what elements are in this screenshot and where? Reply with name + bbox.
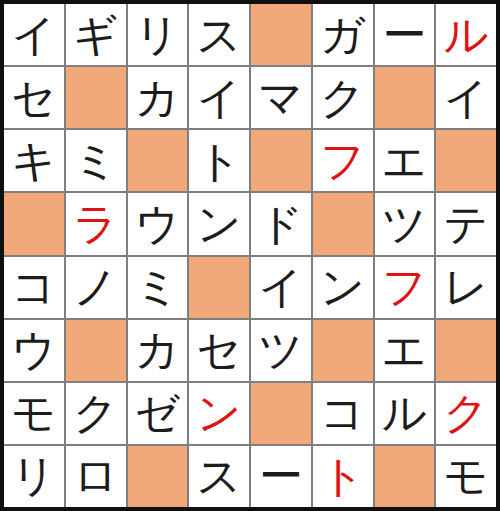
cell-r8c4[interactable]: ス <box>189 446 249 507</box>
letter-r6c5: ツ <box>258 328 303 372</box>
cell-r7c6[interactable]: コ <box>313 383 373 444</box>
letter-r5c3: ミ <box>135 265 180 309</box>
cell-r3c6[interactable]: フ <box>313 130 373 191</box>
blocked-cell-r5c4 <box>189 257 249 318</box>
letter-r3c7: エ <box>382 139 427 183</box>
cell-r5c2[interactable]: ノ <box>66 257 126 318</box>
crossword-puzzle: イギリスガールセカイマクイキミトフエラウンドツテコノミインフレウカセツエモクゼン… <box>0 0 500 511</box>
letter-r5c2: ノ <box>73 265 118 309</box>
cell-r2c1[interactable]: セ <box>4 67 64 128</box>
letter-r1c6: ガ <box>320 13 365 57</box>
letter-r2c3: カ <box>135 76 180 120</box>
red-letter-r1c8: ル <box>444 13 489 57</box>
red-letter-r4c2: ラ <box>73 202 118 246</box>
letter-r2c1: セ <box>11 76 56 120</box>
cell-r6c1[interactable]: ウ <box>4 320 64 381</box>
cell-r3c7[interactable]: エ <box>375 130 435 191</box>
letter-r4c3: ウ <box>135 202 180 246</box>
letter-r4c8: テ <box>444 202 489 246</box>
cell-r6c4[interactable]: セ <box>189 320 249 381</box>
blocked-cell-r4c1 <box>4 193 64 254</box>
letter-r6c4: セ <box>197 328 242 372</box>
cell-r8c1[interactable]: リ <box>4 446 64 507</box>
cell-r2c6[interactable]: ク <box>313 67 373 128</box>
blocked-cell-r6c8 <box>436 320 496 381</box>
blocked-cell-r3c8 <box>436 130 496 191</box>
cell-r7c1[interactable]: モ <box>4 383 64 444</box>
letter-r2c8: イ <box>444 76 489 120</box>
cell-r2c4[interactable]: イ <box>189 67 249 128</box>
letter-r6c3: カ <box>135 328 180 372</box>
blocked-cell-r3c3 <box>128 130 188 191</box>
letter-r2c6: ク <box>320 76 365 120</box>
cell-r7c4[interactable]: ン <box>189 383 249 444</box>
cell-r3c1[interactable]: キ <box>4 130 64 191</box>
letter-r5c5: イ <box>258 265 303 309</box>
blocked-cell-r2c7 <box>375 67 435 128</box>
cell-r2c3[interactable]: カ <box>128 67 188 128</box>
letter-r1c7: ー <box>382 13 426 57</box>
blocked-cell-r3c5 <box>251 130 311 191</box>
letter-r3c1: キ <box>11 139 56 183</box>
cell-r1c4[interactable]: ス <box>189 4 249 65</box>
cell-r1c3[interactable]: リ <box>128 4 188 65</box>
cell-r1c1[interactable]: イ <box>4 4 64 65</box>
cell-r8c5[interactable]: ー <box>251 446 311 507</box>
cell-r3c2[interactable]: ミ <box>66 130 126 191</box>
cell-r7c7[interactable]: ル <box>375 383 435 444</box>
letter-r8c1: リ <box>11 454 56 498</box>
letter-r7c1: モ <box>11 391 56 435</box>
blocked-cell-r7c5 <box>251 383 311 444</box>
letter-r8c5: ー <box>259 454 303 498</box>
cell-r5c3[interactable]: ミ <box>128 257 188 318</box>
letter-r7c6: コ <box>320 391 365 435</box>
red-letter-r3c6: フ <box>320 139 365 183</box>
cell-r5c6[interactable]: ン <box>313 257 373 318</box>
cell-r2c8[interactable]: イ <box>436 67 496 128</box>
blocked-cell-r4c6 <box>313 193 373 254</box>
cell-r8c2[interactable]: ロ <box>66 446 126 507</box>
letter-r7c3: ゼ <box>135 391 180 435</box>
letter-r8c4: ス <box>197 454 242 498</box>
cell-r7c3[interactable]: ゼ <box>128 383 188 444</box>
cell-r4c2[interactable]: ラ <box>66 193 126 254</box>
cell-r8c8[interactable]: モ <box>436 446 496 507</box>
cell-r4c4[interactable]: ン <box>189 193 249 254</box>
letter-r7c2: ク <box>73 391 118 435</box>
letter-r3c4: ト <box>197 139 242 183</box>
cell-r3c4[interactable]: ト <box>189 130 249 191</box>
letter-r1c3: リ <box>135 13 180 57</box>
letter-r5c1: コ <box>11 265 56 309</box>
red-letter-r8c6: ト <box>320 454 365 498</box>
letter-r1c2: ギ <box>73 13 118 57</box>
crossword-board: イギリスガールセカイマクイキミトフエラウンドツテコノミインフレウカセツエモクゼン… <box>0 0 500 511</box>
letter-r1c4: ス <box>197 13 242 57</box>
letter-r3c2: ミ <box>73 139 118 183</box>
cell-r6c3[interactable]: カ <box>128 320 188 381</box>
letter-r7c7: ル <box>382 391 427 435</box>
cell-r4c7[interactable]: ツ <box>375 193 435 254</box>
cell-r5c7[interactable]: フ <box>375 257 435 318</box>
letter-r4c5: ド <box>258 202 303 246</box>
cell-r5c1[interactable]: コ <box>4 257 64 318</box>
red-letter-r5c7: フ <box>382 265 427 309</box>
letter-r6c1: ウ <box>11 328 56 372</box>
cell-r2c5[interactable]: マ <box>251 67 311 128</box>
letter-r2c4: イ <box>197 76 242 120</box>
letter-r2c5: マ <box>258 76 303 120</box>
cell-r7c2[interactable]: ク <box>66 383 126 444</box>
cell-r1c8[interactable]: ル <box>436 4 496 65</box>
letter-r4c4: ン <box>197 202 242 246</box>
red-letter-r7c8: ク <box>444 391 489 435</box>
cell-r1c6[interactable]: ガ <box>313 4 373 65</box>
blocked-cell-r8c3 <box>128 446 188 507</box>
letter-r1c1: イ <box>11 13 56 57</box>
cell-r4c8[interactable]: テ <box>436 193 496 254</box>
cell-r6c7[interactable]: エ <box>375 320 435 381</box>
blocked-cell-r1c5 <box>251 4 311 65</box>
letter-r5c6: ン <box>320 265 365 309</box>
letter-r4c7: ツ <box>382 202 427 246</box>
cell-r1c7[interactable]: ー <box>375 4 435 65</box>
cell-r1c2[interactable]: ギ <box>66 4 126 65</box>
cell-r4c3[interactable]: ウ <box>128 193 188 254</box>
blocked-cell-r6c2 <box>66 320 126 381</box>
blocked-cell-r2c2 <box>66 67 126 128</box>
cell-r4c5[interactable]: ド <box>251 193 311 254</box>
cell-r5c8[interactable]: レ <box>436 257 496 318</box>
blocked-cell-r8c7 <box>375 446 435 507</box>
cell-r8c6[interactable]: ト <box>313 446 373 507</box>
letter-r8c8: モ <box>444 454 489 498</box>
cell-r7c8[interactable]: ク <box>436 383 496 444</box>
blocked-cell-r6c6 <box>313 320 373 381</box>
red-letter-r7c4: ン <box>197 391 242 435</box>
letter-r8c2: ロ <box>73 454 118 498</box>
letter-r6c7: エ <box>382 328 427 372</box>
letter-r5c8: レ <box>444 265 489 309</box>
cell-r5c5[interactable]: イ <box>251 257 311 318</box>
cell-r6c5[interactable]: ツ <box>251 320 311 381</box>
